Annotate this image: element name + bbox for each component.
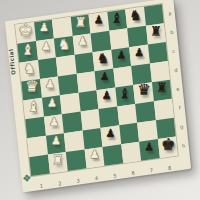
white-bishop: ♝ (21, 42, 34, 56)
black-knight: ♞ (96, 50, 109, 64)
white-pawn: ♟ (89, 149, 99, 160)
file-label-a: a (165, 9, 174, 16)
white-pawn: ♟ (39, 22, 49, 33)
white-queen: ♛ (25, 79, 39, 94)
rank-label-7: 7 (149, 167, 153, 173)
black-pawn: ♟ (134, 47, 144, 58)
rank-label-1: 1 (40, 183, 44, 189)
black-pawn: ♟ (116, 49, 126, 60)
rank-label-4: 4 (95, 175, 99, 181)
black-pawn: ♟ (100, 71, 110, 82)
square-a2: ♜ (47, 152, 67, 173)
rank-label-6: 6 (131, 170, 135, 176)
file-label-c: c (169, 47, 178, 54)
black-pawn: ♟ (106, 128, 116, 139)
chessboard-grid: ♚♟♜♟♝♞♝♟♞♟♜♞♞♟♟♛♟♟♝♟♟♝♛♜♟♟♟♜♟♟♚ (15, 4, 177, 176)
file-label-h: h (179, 142, 188, 149)
square-a4: ♟ (84, 147, 104, 168)
white-rook: ♜ (52, 153, 64, 166)
square-a3 (66, 149, 86, 170)
black-rook: ♜ (150, 24, 162, 37)
black-rook: ♜ (156, 81, 168, 94)
black-queen: ♛ (136, 83, 150, 98)
file-label-g: g (177, 123, 186, 130)
black-pawn: ♟ (144, 141, 154, 152)
white-knight: ♞ (58, 37, 71, 51)
file-label-d: d (171, 66, 180, 73)
white-pawn: ♟ (45, 79, 55, 90)
white-pawn: ♟ (77, 36, 87, 47)
rank-label-8: 8 (168, 165, 172, 171)
black-pawn: ♟ (102, 90, 112, 101)
white-pawn: ♟ (51, 135, 61, 146)
white-knight: ♞ (23, 61, 36, 75)
white-pawn: ♟ (41, 41, 51, 52)
black-pawn: ♟ (94, 14, 104, 25)
square-a1 (29, 155, 49, 176)
square-a6 (121, 142, 141, 163)
black-king: ♚ (160, 136, 175, 152)
square-a8: ♚ (157, 137, 177, 158)
black-bishop: ♝ (111, 10, 124, 24)
file-label-e: e (173, 85, 182, 92)
photo-scene: Official ❖ ♚♟♜♟♝♞♝♟♞♟♜♞♞♟♟♛♟♟♝♟♟♝♛♜♟♟♟♜♟… (0, 0, 200, 200)
chessboard-mat: Official ❖ ♚♟♜♟♝♞♝♟♞♟♜♞♞♟♟♛♟♟♝♟♟♝♛♜♟♟♟♜♟… (5, 0, 191, 192)
white-bishop: ♝ (27, 99, 40, 113)
white-pawn: ♟ (49, 116, 59, 127)
white-rook: ♜ (74, 16, 86, 29)
white-pawn: ♟ (47, 98, 57, 109)
file-label-b: b (167, 28, 176, 35)
black-knight: ♞ (129, 7, 142, 21)
square-a7: ♟ (139, 139, 159, 160)
rank-label-2: 2 (58, 180, 62, 186)
white-king: ♚ (18, 22, 33, 38)
file-label-f: f (175, 104, 184, 111)
black-bishop: ♝ (119, 86, 132, 100)
rank-label-3: 3 (76, 177, 80, 183)
rank-label-5: 5 (113, 172, 117, 178)
square-a5 (102, 144, 122, 165)
